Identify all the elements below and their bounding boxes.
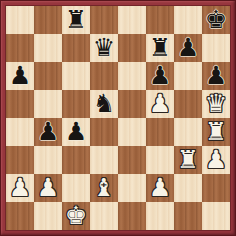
piece-black-rook: ♜ xyxy=(65,7,87,32)
piece-black-king: ♚ xyxy=(205,7,227,32)
square-b5[interactable] xyxy=(34,90,62,118)
square-d6[interactable] xyxy=(90,62,118,90)
square-b2[interactable]: ♟ xyxy=(34,174,62,202)
square-b7[interactable] xyxy=(34,34,62,62)
square-f2[interactable]: ♟ xyxy=(146,174,174,202)
square-b3[interactable] xyxy=(34,146,62,174)
square-e6[interactable] xyxy=(118,62,146,90)
square-f1[interactable] xyxy=(146,202,174,230)
square-f4[interactable] xyxy=(146,118,174,146)
square-g7[interactable]: ♟ xyxy=(174,34,202,62)
piece-white-pawn: ♟ xyxy=(37,175,59,200)
piece-white-king: ♚ xyxy=(65,203,87,228)
square-g3[interactable]: ♜ xyxy=(174,146,202,174)
square-d3[interactable] xyxy=(90,146,118,174)
square-h8[interactable]: ♚ xyxy=(202,6,230,34)
square-a5[interactable] xyxy=(6,90,34,118)
square-b4[interactable]: ♟ xyxy=(34,118,62,146)
square-a8[interactable] xyxy=(6,6,34,34)
square-h2[interactable] xyxy=(202,174,230,202)
square-g2[interactable] xyxy=(174,174,202,202)
square-g6[interactable] xyxy=(174,62,202,90)
square-f6[interactable]: ♟ xyxy=(146,62,174,90)
piece-black-pawn: ♟ xyxy=(65,119,87,144)
square-g5[interactable] xyxy=(174,90,202,118)
square-g8[interactable] xyxy=(174,6,202,34)
piece-white-pawn: ♟ xyxy=(205,147,227,172)
piece-black-rook: ♜ xyxy=(149,35,171,60)
square-h6[interactable]: ♟ xyxy=(202,62,230,90)
piece-black-pawn: ♟ xyxy=(37,119,59,144)
piece-white-rook: ♜ xyxy=(177,147,199,172)
square-d1[interactable] xyxy=(90,202,118,230)
square-e2[interactable] xyxy=(118,174,146,202)
square-c8[interactable]: ♜ xyxy=(62,6,90,34)
square-h7[interactable] xyxy=(202,34,230,62)
square-f7[interactable]: ♜ xyxy=(146,34,174,62)
square-d2[interactable]: ♝ xyxy=(90,174,118,202)
piece-black-pawn: ♟ xyxy=(9,63,31,88)
piece-black-pawn: ♟ xyxy=(205,63,227,88)
square-a6[interactable]: ♟ xyxy=(6,62,34,90)
square-d8[interactable] xyxy=(90,6,118,34)
square-h3[interactable]: ♟ xyxy=(202,146,230,174)
square-g1[interactable] xyxy=(174,202,202,230)
square-g4[interactable] xyxy=(174,118,202,146)
piece-white-pawn: ♟ xyxy=(149,175,171,200)
piece-black-pawn: ♟ xyxy=(149,63,171,88)
square-d5[interactable]: ♞ xyxy=(90,90,118,118)
square-d4[interactable] xyxy=(90,118,118,146)
chess-board: ♜♚♛♜♟♟♟♟♞♟♛♟♟♜♜♟♟♟♝♟♚ xyxy=(6,6,230,230)
square-f5[interactable]: ♟ xyxy=(146,90,174,118)
square-a3[interactable] xyxy=(6,146,34,174)
square-a1[interactable] xyxy=(6,202,34,230)
square-e3[interactable] xyxy=(118,146,146,174)
piece-white-bishop: ♝ xyxy=(93,175,115,200)
square-a4[interactable] xyxy=(6,118,34,146)
square-e5[interactable] xyxy=(118,90,146,118)
square-b6[interactable] xyxy=(34,62,62,90)
square-c6[interactable] xyxy=(62,62,90,90)
square-f3[interactable] xyxy=(146,146,174,174)
piece-black-queen: ♛ xyxy=(93,35,115,60)
square-c3[interactable] xyxy=(62,146,90,174)
square-a7[interactable] xyxy=(6,34,34,62)
square-a2[interactable]: ♟ xyxy=(6,174,34,202)
piece-white-pawn: ♟ xyxy=(9,175,31,200)
square-e1[interactable] xyxy=(118,202,146,230)
square-e8[interactable] xyxy=(118,6,146,34)
piece-black-pawn: ♟ xyxy=(177,35,199,60)
square-b8[interactable] xyxy=(34,6,62,34)
piece-white-rook: ♜ xyxy=(205,119,227,144)
square-d7[interactable]: ♛ xyxy=(90,34,118,62)
square-c5[interactable] xyxy=(62,90,90,118)
piece-black-knight: ♞ xyxy=(93,91,115,116)
square-h1[interactable] xyxy=(202,202,230,230)
piece-white-queen: ♛ xyxy=(205,91,227,116)
square-c4[interactable]: ♟ xyxy=(62,118,90,146)
square-h5[interactable]: ♛ xyxy=(202,90,230,118)
piece-white-pawn: ♟ xyxy=(149,91,171,116)
board-frame: ♜♚♛♜♟♟♟♟♞♟♛♟♟♜♜♟♟♟♝♟♚ xyxy=(0,0,236,236)
square-c2[interactable] xyxy=(62,174,90,202)
square-b1[interactable] xyxy=(34,202,62,230)
square-e7[interactable] xyxy=(118,34,146,62)
square-c1[interactable]: ♚ xyxy=(62,202,90,230)
square-c7[interactable] xyxy=(62,34,90,62)
square-f8[interactable] xyxy=(146,6,174,34)
square-h4[interactable]: ♜ xyxy=(202,118,230,146)
square-e4[interactable] xyxy=(118,118,146,146)
